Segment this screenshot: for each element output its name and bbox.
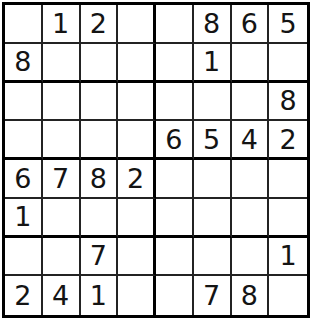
cell-r8c7[interactable]: 8: [232, 276, 270, 315]
cell-r7c2[interactable]: [43, 238, 81, 277]
cell-r4c7[interactable]: 4: [232, 121, 270, 160]
cell-r2c5[interactable]: [156, 44, 194, 83]
cell-r2c7[interactable]: [232, 44, 270, 83]
cell-r5c6[interactable]: [194, 160, 232, 199]
cell-r1c4[interactable]: [118, 5, 156, 44]
cell-r4c6[interactable]: 5: [194, 121, 232, 160]
cell-r8c2[interactable]: 4: [43, 276, 81, 315]
cell-r4c8[interactable]: 2: [269, 121, 307, 160]
cell-r5c7[interactable]: [232, 160, 270, 199]
cell-r8c8[interactable]: [269, 276, 307, 315]
cell-r3c6[interactable]: [194, 83, 232, 122]
cell-r7c7[interactable]: [232, 238, 270, 277]
sudoku-grid: 128658186542678217124178: [5, 5, 307, 315]
cell-r3c5[interactable]: [156, 83, 194, 122]
cell-r2c4[interactable]: [118, 44, 156, 83]
cell-r3c8[interactable]: 8: [269, 83, 307, 122]
cell-r6c7[interactable]: [232, 199, 270, 238]
cell-r1c3[interactable]: 2: [81, 5, 119, 44]
cell-r3c4[interactable]: [118, 83, 156, 122]
cell-r4c1[interactable]: [5, 121, 43, 160]
cell-r7c1[interactable]: [5, 238, 43, 277]
cell-r7c8[interactable]: 1: [269, 238, 307, 277]
cell-r1c1[interactable]: [5, 5, 43, 44]
cell-r6c3[interactable]: [81, 199, 119, 238]
cell-r4c5[interactable]: 6: [156, 121, 194, 160]
cell-r2c2[interactable]: [43, 44, 81, 83]
cell-r5c8[interactable]: [269, 160, 307, 199]
cell-r6c1[interactable]: 1: [5, 199, 43, 238]
cell-r1c7[interactable]: 6: [232, 5, 270, 44]
cell-r6c8[interactable]: [269, 199, 307, 238]
cell-r8c1[interactable]: 2: [5, 276, 43, 315]
cell-r4c3[interactable]: [81, 121, 119, 160]
cell-r7c6[interactable]: [194, 238, 232, 277]
cell-r3c2[interactable]: [43, 83, 81, 122]
cell-r7c3[interactable]: 7: [81, 238, 119, 277]
cell-r4c4[interactable]: [118, 121, 156, 160]
cell-r2c8[interactable]: [269, 44, 307, 83]
cell-r2c1[interactable]: 8: [5, 44, 43, 83]
cell-r5c2[interactable]: 7: [43, 160, 81, 199]
cell-r4c2[interactable]: [43, 121, 81, 160]
cell-r3c3[interactable]: [81, 83, 119, 122]
cell-r2c6[interactable]: 1: [194, 44, 232, 83]
cell-r8c3[interactable]: 1: [81, 276, 119, 315]
cell-r3c7[interactable]: [232, 83, 270, 122]
cell-r6c6[interactable]: [194, 199, 232, 238]
cell-r1c5[interactable]: [156, 5, 194, 44]
cell-r1c2[interactable]: 1: [43, 5, 81, 44]
cell-r1c6[interactable]: 8: [194, 5, 232, 44]
cell-r5c5[interactable]: [156, 160, 194, 199]
cell-r3c1[interactable]: [5, 83, 43, 122]
cell-r5c1[interactable]: 6: [5, 160, 43, 199]
cell-r1c8[interactable]: 5: [269, 5, 307, 44]
sudoku-board: 128658186542678217124178: [2, 2, 310, 318]
cell-r6c4[interactable]: [118, 199, 156, 238]
cell-r8c5[interactable]: [156, 276, 194, 315]
cell-r7c5[interactable]: [156, 238, 194, 277]
cell-r8c4[interactable]: [118, 276, 156, 315]
cell-r8c6[interactable]: 7: [194, 276, 232, 315]
cell-r7c4[interactable]: [118, 238, 156, 277]
cell-r5c4[interactable]: 2: [118, 160, 156, 199]
cell-r6c2[interactable]: [43, 199, 81, 238]
cell-r6c5[interactable]: [156, 199, 194, 238]
cell-r5c3[interactable]: 8: [81, 160, 119, 199]
cell-r2c3[interactable]: [81, 44, 119, 83]
